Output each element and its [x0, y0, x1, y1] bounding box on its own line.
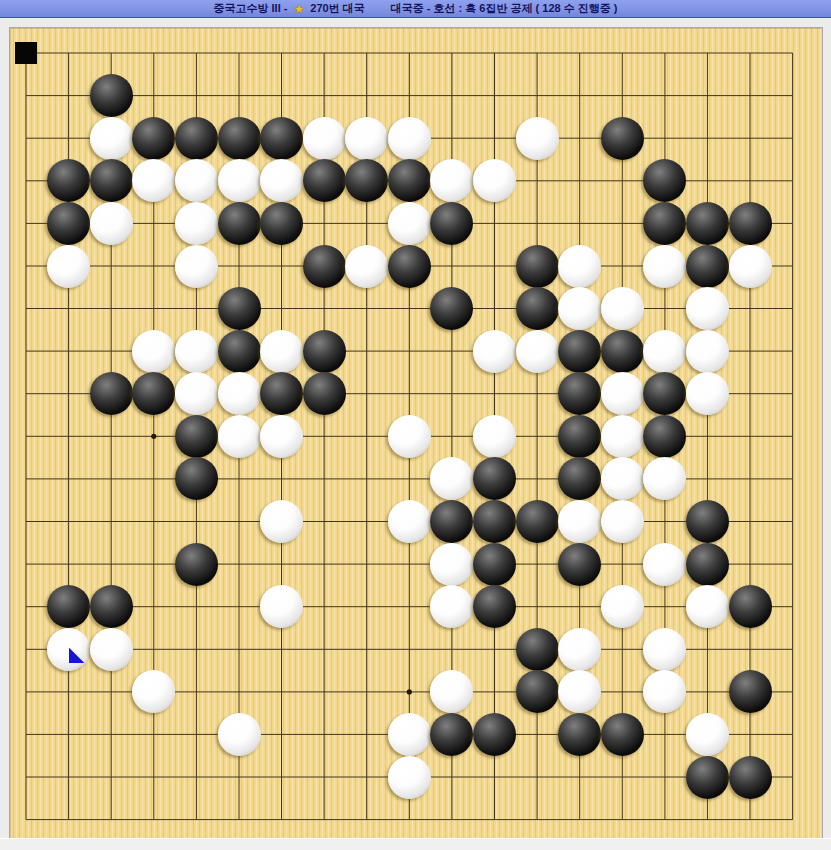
white-stone	[218, 159, 261, 202]
white-stone	[601, 585, 644, 628]
white-stone	[473, 330, 516, 373]
white-stone	[388, 117, 431, 160]
white-stone	[218, 415, 261, 458]
black-stone	[90, 585, 133, 628]
black-stone	[601, 713, 644, 756]
white-stone	[90, 117, 133, 160]
black-stone	[729, 585, 772, 628]
black-stone	[473, 713, 516, 756]
white-stone	[516, 330, 559, 373]
white-stone	[175, 330, 218, 373]
white-stone	[260, 159, 303, 202]
white-stone	[643, 543, 686, 586]
black-stone	[686, 543, 729, 586]
white-stone	[303, 117, 346, 160]
black-stone	[729, 202, 772, 245]
black-stone	[729, 670, 772, 713]
white-stone	[729, 245, 772, 288]
black-stone	[175, 457, 218, 500]
white-stone	[686, 330, 729, 373]
white-stone	[643, 245, 686, 288]
black-stone	[430, 202, 473, 245]
white-stone	[558, 287, 601, 330]
white-stone	[260, 330, 303, 373]
black-stone	[388, 159, 431, 202]
white-stone	[558, 245, 601, 288]
white-stone	[47, 245, 90, 288]
white-stone	[388, 415, 431, 458]
white-stone	[643, 330, 686, 373]
black-stone	[601, 117, 644, 160]
black-stone	[260, 117, 303, 160]
white-stone	[430, 543, 473, 586]
white-stone	[260, 585, 303, 628]
black-stone	[643, 202, 686, 245]
black-stone	[558, 415, 601, 458]
black-stone	[175, 543, 218, 586]
white-stone	[175, 372, 218, 415]
black-stone	[90, 159, 133, 202]
black-stone	[558, 713, 601, 756]
white-stone	[132, 330, 175, 373]
white-stone	[516, 117, 559, 160]
titlebar-game-number: 270번 대국	[307, 1, 364, 16]
black-stone	[686, 500, 729, 543]
white-stone	[601, 500, 644, 543]
white-stone	[90, 628, 133, 671]
white-stone	[601, 287, 644, 330]
white-stone	[218, 372, 261, 415]
black-stone	[516, 628, 559, 671]
white-stone	[175, 202, 218, 245]
black-stone	[473, 543, 516, 586]
black-stone	[260, 202, 303, 245]
board-frame	[0, 18, 831, 838]
black-stone	[686, 756, 729, 799]
black-stone	[303, 245, 346, 288]
white-stone	[473, 415, 516, 458]
black-stone	[729, 756, 772, 799]
black-stone	[601, 330, 644, 373]
white-stone	[388, 202, 431, 245]
turn-indicator-square	[15, 42, 37, 64]
black-stone	[260, 372, 303, 415]
white-stone	[175, 159, 218, 202]
star-point	[151, 434, 156, 439]
white-stone	[558, 628, 601, 671]
titlebar-app-name: 중국고수방 III -	[214, 1, 291, 16]
black-stone	[175, 415, 218, 458]
star-point	[407, 689, 412, 694]
black-stone	[643, 415, 686, 458]
black-stone	[218, 330, 261, 373]
white-stone	[643, 628, 686, 671]
go-board[interactable]	[9, 27, 823, 839]
black-stone	[303, 159, 346, 202]
white-stone	[686, 287, 729, 330]
black-stone	[47, 585, 90, 628]
black-stone	[516, 287, 559, 330]
black-stone	[516, 500, 559, 543]
black-stone	[430, 713, 473, 756]
white-stone	[601, 457, 644, 500]
black-stone	[218, 117, 261, 160]
white-stone	[558, 500, 601, 543]
white-stone	[686, 585, 729, 628]
black-stone	[388, 245, 431, 288]
black-stone	[558, 543, 601, 586]
white-stone	[686, 372, 729, 415]
status-strip	[0, 838, 831, 850]
white-stone	[601, 372, 644, 415]
white-stone	[388, 500, 431, 543]
white-stone	[601, 415, 644, 458]
star-icon: ★	[294, 3, 305, 15]
black-stone	[132, 117, 175, 160]
black-stone	[558, 330, 601, 373]
black-stone	[473, 500, 516, 543]
titlebar-game-status: 대국중 - 호선 : 흑 6집반 공제 ( 128 수 진행중 )	[391, 1, 618, 16]
black-stone	[686, 202, 729, 245]
black-stone	[516, 670, 559, 713]
white-stone	[260, 415, 303, 458]
black-stone	[90, 74, 133, 117]
window-titlebar[interactable]: 중국고수방 III - ★ 270번 대국 대국중 - 호선 : 흑 6집반 공…	[0, 0, 831, 18]
white-stone	[175, 245, 218, 288]
black-stone	[303, 372, 346, 415]
black-stone	[303, 330, 346, 373]
white-stone	[473, 159, 516, 202]
white-stone	[388, 713, 431, 756]
white-stone	[260, 500, 303, 543]
white-stone	[388, 756, 431, 799]
black-stone	[47, 202, 90, 245]
white-stone	[345, 245, 388, 288]
black-stone	[218, 287, 261, 330]
white-stone	[686, 713, 729, 756]
black-stone	[473, 585, 516, 628]
black-stone	[90, 372, 133, 415]
black-stone	[218, 202, 261, 245]
black-stone	[516, 245, 559, 288]
black-stone	[175, 117, 218, 160]
white-stone	[345, 117, 388, 160]
white-stone	[218, 713, 261, 756]
black-stone	[686, 245, 729, 288]
white-stone	[90, 202, 133, 245]
